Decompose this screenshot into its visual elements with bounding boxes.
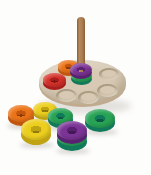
ring-table-yellow-front: [21, 119, 51, 140]
base-recess-right-center: [100, 86, 115, 94]
base-recess-bottom-left-center: [59, 91, 74, 99]
ring-base-red: [43, 73, 66, 87]
base-recess-bottom-center-center: [81, 93, 96, 101]
toy-photo: [0, 0, 151, 175]
ring-table-purple: [57, 121, 87, 140]
base-recess-top-right-center: [102, 70, 116, 77]
ring-peg-purple: [70, 63, 92, 76]
ring-table-green-right: [85, 109, 115, 128]
